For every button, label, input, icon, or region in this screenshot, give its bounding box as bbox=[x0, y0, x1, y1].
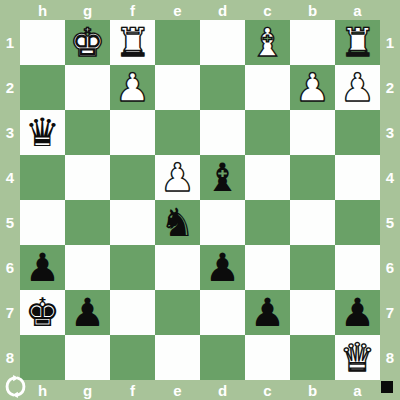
file-label-e: e bbox=[155, 0, 200, 20]
square-g4[interactable] bbox=[65, 155, 110, 200]
square-f1[interactable]: ♜ bbox=[110, 20, 155, 65]
square-h5[interactable] bbox=[20, 200, 65, 245]
square-h8[interactable] bbox=[20, 335, 65, 380]
file-label-b: b bbox=[290, 380, 335, 400]
square-g2[interactable] bbox=[65, 65, 110, 110]
file-labels-top: hgfedcba bbox=[20, 0, 380, 20]
square-h7[interactable]: ♚ bbox=[20, 290, 65, 335]
square-b4[interactable] bbox=[290, 155, 335, 200]
file-label-a: a bbox=[335, 380, 380, 400]
square-g1[interactable]: ♚ bbox=[65, 20, 110, 65]
rank-labels-right: 12345678 bbox=[380, 20, 400, 380]
square-c1[interactable]: ♝ bbox=[245, 20, 290, 65]
black-pawn[interactable]: ♟ bbox=[70, 290, 105, 335]
white-pawn[interactable]: ♟ bbox=[295, 65, 330, 110]
rank-label-7: 7 bbox=[380, 290, 400, 335]
square-f7[interactable] bbox=[110, 290, 155, 335]
white-pawn[interactable]: ♟ bbox=[160, 155, 195, 200]
file-label-c: c bbox=[245, 0, 290, 20]
square-d4[interactable]: ♝ bbox=[200, 155, 245, 200]
rank-label-4: 4 bbox=[380, 155, 400, 200]
chess-board: ♚♜♝♜♟♟♟♛♟♝♞♟♟♚♟♟♟♛ bbox=[20, 20, 380, 380]
square-d8[interactable] bbox=[200, 335, 245, 380]
square-d5[interactable] bbox=[200, 200, 245, 245]
black-pawn[interactable]: ♟ bbox=[205, 245, 240, 290]
square-h2[interactable] bbox=[20, 65, 65, 110]
rank-label-4: 4 bbox=[0, 155, 20, 200]
square-d6[interactable]: ♟ bbox=[200, 245, 245, 290]
square-f8[interactable] bbox=[110, 335, 155, 380]
white-bishop[interactable]: ♝ bbox=[250, 20, 285, 65]
black-queen[interactable]: ♛ bbox=[25, 110, 60, 155]
file-label-g: g bbox=[65, 380, 110, 400]
white-queen[interactable]: ♛ bbox=[340, 335, 375, 380]
square-a7[interactable]: ♟ bbox=[335, 290, 380, 335]
rank-label-1: 1 bbox=[380, 20, 400, 65]
file-label-e: e bbox=[155, 380, 200, 400]
white-rook[interactable]: ♜ bbox=[340, 20, 375, 65]
square-a4[interactable] bbox=[335, 155, 380, 200]
square-a2[interactable]: ♟ bbox=[335, 65, 380, 110]
white-king[interactable]: ♚ bbox=[70, 20, 105, 65]
black-pawn[interactable]: ♟ bbox=[250, 290, 285, 335]
square-e6[interactable] bbox=[155, 245, 200, 290]
square-b5[interactable] bbox=[290, 200, 335, 245]
square-e8[interactable] bbox=[155, 335, 200, 380]
rank-label-8: 8 bbox=[380, 335, 400, 380]
file-label-d: d bbox=[200, 380, 245, 400]
rank-labels-left: 12345678 bbox=[0, 20, 20, 380]
file-label-d: d bbox=[200, 0, 245, 20]
file-label-b: b bbox=[290, 0, 335, 20]
square-d1[interactable] bbox=[200, 20, 245, 65]
square-d3[interactable] bbox=[200, 110, 245, 155]
rank-label-6: 6 bbox=[0, 245, 20, 290]
square-c2[interactable] bbox=[245, 65, 290, 110]
square-h4[interactable] bbox=[20, 155, 65, 200]
rank-label-7: 7 bbox=[0, 290, 20, 335]
square-c5[interactable] bbox=[245, 200, 290, 245]
square-e4[interactable]: ♟ bbox=[155, 155, 200, 200]
file-label-c: c bbox=[245, 380, 290, 400]
square-a5[interactable] bbox=[335, 200, 380, 245]
square-b6[interactable] bbox=[290, 245, 335, 290]
square-e7[interactable] bbox=[155, 290, 200, 335]
rank-label-2: 2 bbox=[380, 65, 400, 110]
square-b2[interactable]: ♟ bbox=[290, 65, 335, 110]
square-h6[interactable]: ♟ bbox=[20, 245, 65, 290]
rank-label-5: 5 bbox=[0, 200, 20, 245]
flip-board-button[interactable] bbox=[4, 375, 27, 398]
square-c6[interactable] bbox=[245, 245, 290, 290]
rank-label-6: 6 bbox=[380, 245, 400, 290]
square-c4[interactable] bbox=[245, 155, 290, 200]
white-rook[interactable]: ♜ bbox=[115, 20, 150, 65]
chess-board-widget: hgfedcba 12345678 12345678 hgfedcba ♚♜♝♜… bbox=[0, 0, 400, 400]
file-label-g: g bbox=[65, 0, 110, 20]
square-a1[interactable]: ♜ bbox=[335, 20, 380, 65]
square-e3[interactable] bbox=[155, 110, 200, 155]
square-f4[interactable] bbox=[110, 155, 155, 200]
square-f5[interactable] bbox=[110, 200, 155, 245]
square-g7[interactable]: ♟ bbox=[65, 290, 110, 335]
square-h3[interactable]: ♛ bbox=[20, 110, 65, 155]
square-g5[interactable] bbox=[65, 200, 110, 245]
file-label-a: a bbox=[335, 0, 380, 20]
square-g6[interactable] bbox=[65, 245, 110, 290]
square-c3[interactable] bbox=[245, 110, 290, 155]
square-e1[interactable] bbox=[155, 20, 200, 65]
black-bishop[interactable]: ♝ bbox=[205, 155, 240, 200]
black-king[interactable]: ♚ bbox=[25, 290, 60, 335]
flip-board-icon bbox=[4, 375, 27, 398]
white-pawn[interactable]: ♟ bbox=[340, 65, 375, 110]
square-b3[interactable] bbox=[290, 110, 335, 155]
rank-label-5: 5 bbox=[380, 200, 400, 245]
rank-label-8: 8 bbox=[0, 335, 20, 380]
square-e2[interactable] bbox=[155, 65, 200, 110]
square-f2[interactable]: ♟ bbox=[110, 65, 155, 110]
file-labels-bottom: hgfedcba bbox=[20, 380, 380, 400]
black-to-move-indicator bbox=[381, 381, 393, 393]
square-b8[interactable] bbox=[290, 335, 335, 380]
square-f6[interactable] bbox=[110, 245, 155, 290]
square-e5[interactable]: ♞ bbox=[155, 200, 200, 245]
square-d7[interactable] bbox=[200, 290, 245, 335]
square-g8[interactable] bbox=[65, 335, 110, 380]
square-g3[interactable] bbox=[65, 110, 110, 155]
square-f3[interactable] bbox=[110, 110, 155, 155]
square-c7[interactable]: ♟ bbox=[245, 290, 290, 335]
square-h1[interactable] bbox=[20, 20, 65, 65]
rank-label-1: 1 bbox=[0, 20, 20, 65]
rank-label-3: 3 bbox=[0, 110, 20, 155]
square-b1[interactable] bbox=[290, 20, 335, 65]
file-label-h: h bbox=[20, 0, 65, 20]
square-a8[interactable]: ♛ bbox=[335, 335, 380, 380]
square-b7[interactable] bbox=[290, 290, 335, 335]
square-c8[interactable] bbox=[245, 335, 290, 380]
square-a6[interactable] bbox=[335, 245, 380, 290]
rank-label-2: 2 bbox=[0, 65, 20, 110]
square-a3[interactable] bbox=[335, 110, 380, 155]
rank-label-3: 3 bbox=[380, 110, 400, 155]
square-d2[interactable] bbox=[200, 65, 245, 110]
file-label-f: f bbox=[110, 0, 155, 20]
white-pawn[interactable]: ♟ bbox=[115, 65, 150, 110]
black-knight[interactable]: ♞ bbox=[160, 200, 195, 245]
black-pawn[interactable]: ♟ bbox=[340, 290, 375, 335]
black-pawn[interactable]: ♟ bbox=[25, 245, 60, 290]
file-label-f: f bbox=[110, 380, 155, 400]
